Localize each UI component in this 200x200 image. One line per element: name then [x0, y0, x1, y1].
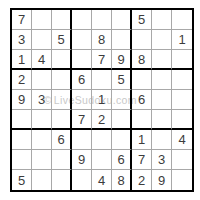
cell-r7c8[interactable] [152, 130, 172, 150]
cell-r5c3[interactable] [52, 90, 72, 110]
cell-r9c9[interactable] [172, 170, 192, 190]
cell-r9c4[interactable] [72, 170, 92, 190]
sudoku-page: 75358114798265931672614967354829 ©LiveSu… [0, 0, 200, 200]
cell-r5c7[interactable]: 6 [132, 90, 152, 110]
cell-r3c3[interactable] [52, 50, 72, 70]
cell-r2c3[interactable]: 5 [52, 30, 72, 50]
cell-r1c2[interactable] [32, 10, 52, 30]
cell-r4c2[interactable] [32, 70, 52, 90]
cell-r1c5[interactable] [92, 10, 112, 30]
cell-r8c9[interactable] [172, 150, 192, 170]
cell-r1c3[interactable] [52, 10, 72, 30]
cell-r2c4[interactable] [72, 30, 92, 50]
cell-r9c2[interactable] [32, 170, 52, 190]
cell-r1c1[interactable]: 7 [12, 10, 32, 30]
cell-r9c6[interactable]: 8 [112, 170, 132, 190]
cell-r6c2[interactable] [32, 110, 52, 130]
cell-r2c2[interactable] [32, 30, 52, 50]
cell-r4c8[interactable] [152, 70, 172, 90]
cell-r3c8[interactable] [152, 50, 172, 70]
cell-r4c3[interactable] [52, 70, 72, 90]
cell-r7c7[interactable]: 1 [132, 130, 152, 150]
cell-r6c9[interactable] [172, 110, 192, 130]
cell-r4c7[interactable] [132, 70, 152, 90]
cell-r7c1[interactable] [12, 130, 32, 150]
cell-r9c7[interactable]: 2 [132, 170, 152, 190]
cell-r8c7[interactable]: 7 [132, 150, 152, 170]
cell-r4c6[interactable]: 5 [112, 70, 132, 90]
cell-r4c5[interactable] [92, 70, 112, 90]
cell-r1c6[interactable] [112, 10, 132, 30]
cell-r5c2[interactable]: 3 [32, 90, 52, 110]
cell-r8c1[interactable] [12, 150, 32, 170]
cell-r3c9[interactable] [172, 50, 192, 70]
cell-r1c8[interactable] [152, 10, 172, 30]
cell-r8c2[interactable] [32, 150, 52, 170]
cell-r1c4[interactable] [72, 10, 92, 30]
cell-r5c1[interactable]: 9 [12, 90, 32, 110]
cell-r1c7[interactable]: 5 [132, 10, 152, 30]
cell-r1c9[interactable] [172, 10, 192, 30]
cell-r5c6[interactable] [112, 90, 132, 110]
cell-r8c8[interactable]: 3 [152, 150, 172, 170]
cell-r6c1[interactable] [12, 110, 32, 130]
cell-r3c7[interactable]: 8 [132, 50, 152, 70]
cell-r3c1[interactable]: 1 [12, 50, 32, 70]
cell-r6c3[interactable] [52, 110, 72, 130]
cell-r6c6[interactable] [112, 110, 132, 130]
cell-r9c8[interactable]: 9 [152, 170, 172, 190]
cell-r7c6[interactable] [112, 130, 132, 150]
cell-r4c9[interactable] [172, 70, 192, 90]
cell-r9c5[interactable]: 4 [92, 170, 112, 190]
cell-r5c4[interactable] [72, 90, 92, 110]
cell-r2c5[interactable]: 8 [92, 30, 112, 50]
cell-r8c3[interactable] [52, 150, 72, 170]
cell-r8c6[interactable]: 6 [112, 150, 132, 170]
sudoku-board: 75358114798265931672614967354829 [10, 8, 194, 192]
cell-r4c4[interactable]: 6 [72, 70, 92, 90]
cell-r3c5[interactable]: 7 [92, 50, 112, 70]
cell-r8c5[interactable] [92, 150, 112, 170]
cell-r7c3[interactable]: 6 [52, 130, 72, 150]
cell-r9c1[interactable]: 5 [12, 170, 32, 190]
cell-r3c6[interactable]: 9 [112, 50, 132, 70]
cell-r6c4[interactable]: 7 [72, 110, 92, 130]
cell-r6c8[interactable] [152, 110, 172, 130]
cell-r5c8[interactable] [152, 90, 172, 110]
cell-r3c2[interactable]: 4 [32, 50, 52, 70]
cell-r4c1[interactable]: 2 [12, 70, 32, 90]
cell-r6c7[interactable] [132, 110, 152, 130]
cell-r5c5[interactable]: 1 [92, 90, 112, 110]
cell-r7c4[interactable] [72, 130, 92, 150]
cell-r5c9[interactable] [172, 90, 192, 110]
cell-r7c2[interactable] [32, 130, 52, 150]
cell-r2c6[interactable] [112, 30, 132, 50]
cell-r7c9[interactable]: 4 [172, 130, 192, 150]
cell-r8c4[interactable]: 9 [72, 150, 92, 170]
cell-r2c9[interactable]: 1 [172, 30, 192, 50]
cell-r2c8[interactable] [152, 30, 172, 50]
cell-r3c4[interactable] [72, 50, 92, 70]
cell-r2c1[interactable]: 3 [12, 30, 32, 50]
cell-r6c5[interactable]: 2 [92, 110, 112, 130]
cell-r7c5[interactable] [92, 130, 112, 150]
cell-r9c3[interactable] [52, 170, 72, 190]
cell-r2c7[interactable] [132, 30, 152, 50]
